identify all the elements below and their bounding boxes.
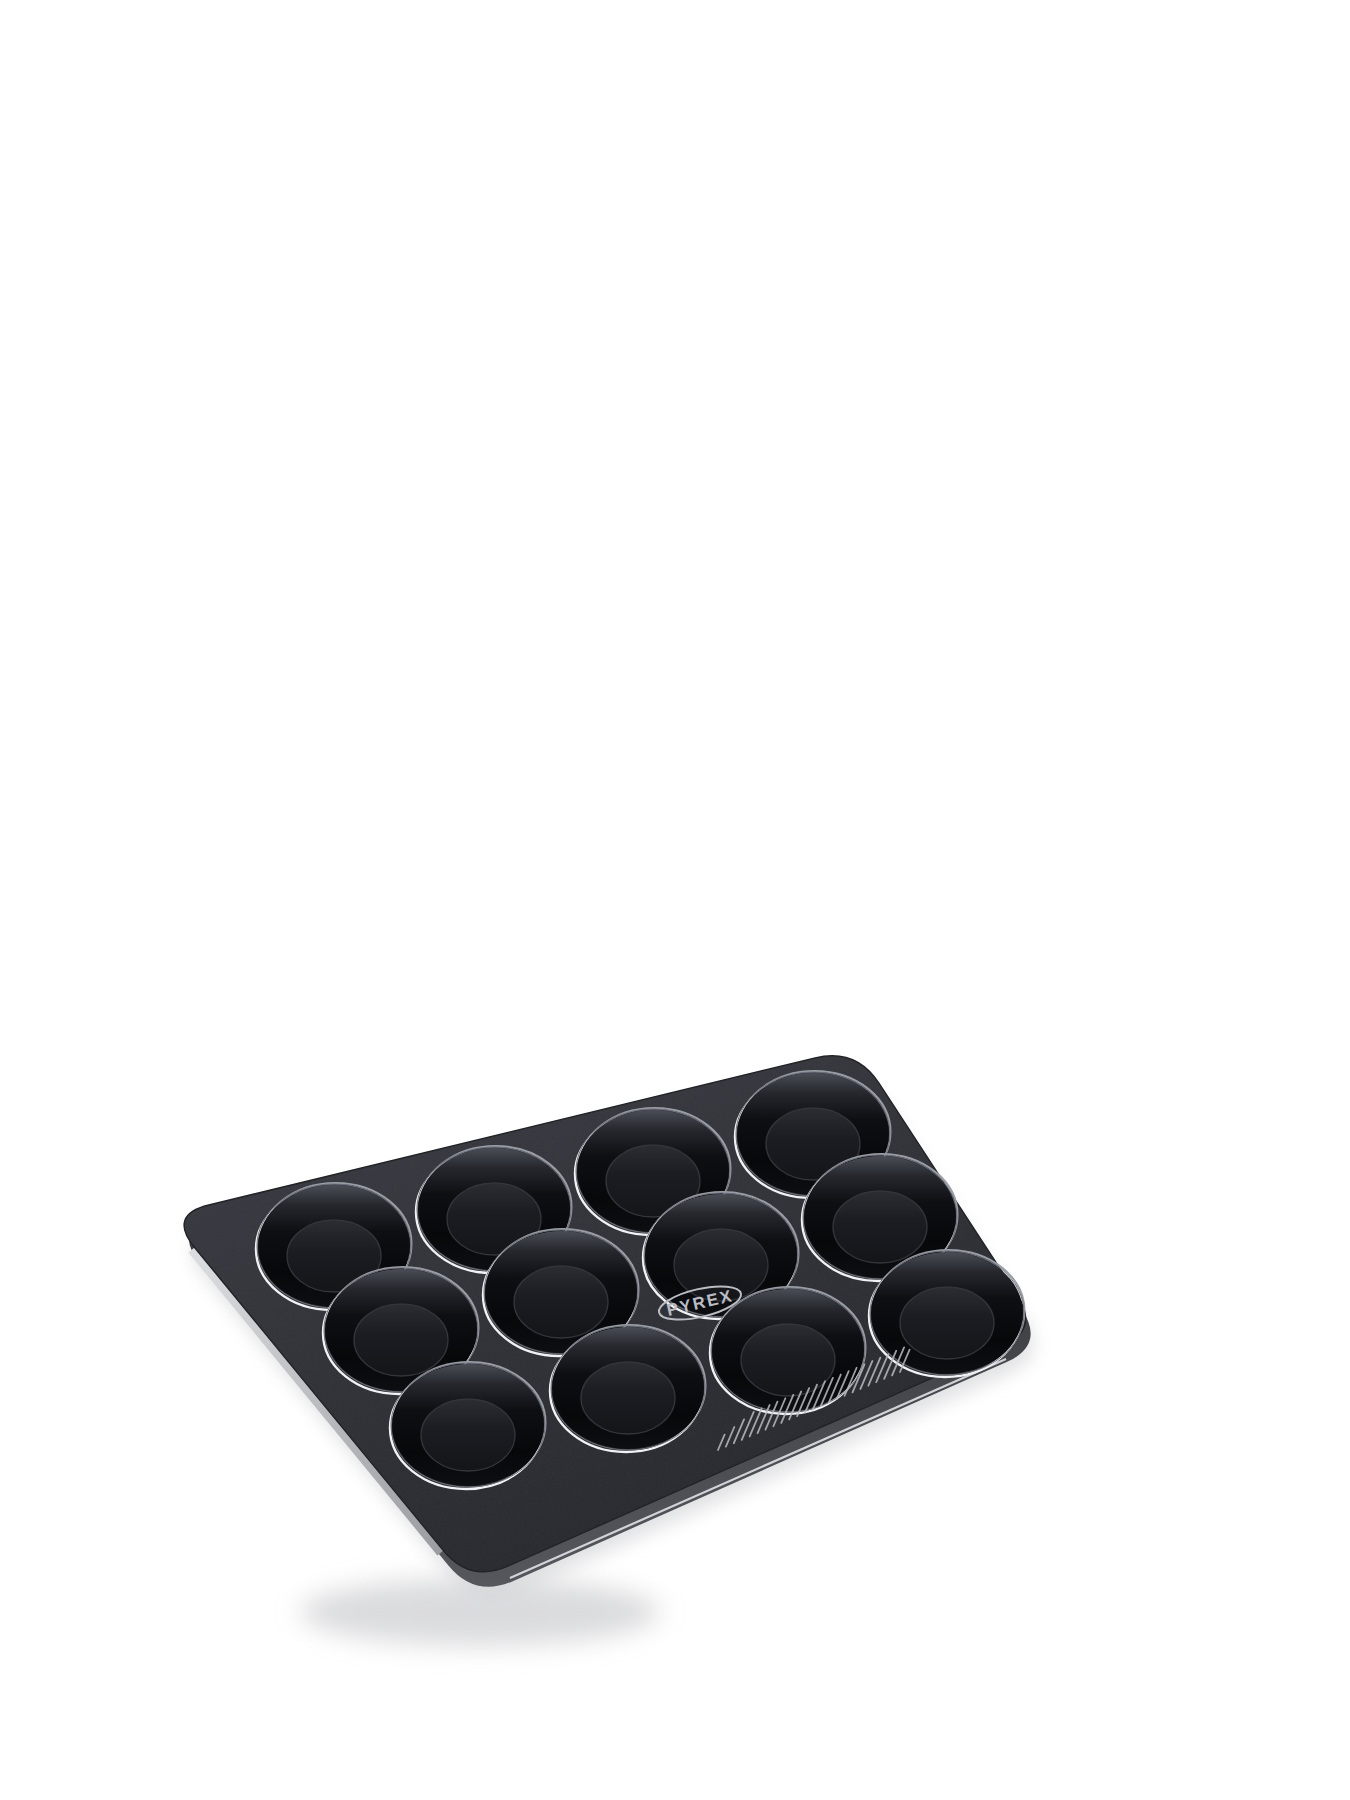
white-background <box>0 0 1350 1800</box>
muffin-tray-photo: PYREX <box>0 0 1350 1800</box>
product-photo: PYREX <box>0 0 1350 1800</box>
